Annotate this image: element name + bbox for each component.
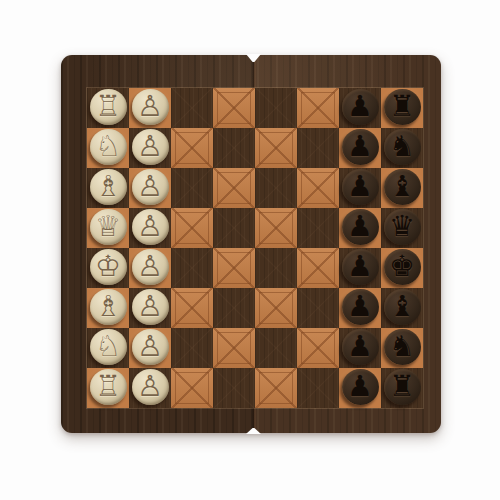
piece-glyph: ♖ bbox=[95, 92, 121, 121]
square-f6[interactable] bbox=[297, 288, 339, 328]
piece-glyph: ♙ bbox=[137, 92, 163, 121]
piece-glyph: ♙ bbox=[137, 252, 163, 281]
square-f2[interactable]: ♙ bbox=[129, 288, 171, 328]
square-f3[interactable] bbox=[171, 288, 213, 328]
square-b1[interactable]: ♘ bbox=[87, 128, 129, 168]
scene: ♖♙♟♜♘♙♟♞♗♙♟♝♕♙♟♛♔♙♟♚♗♙♟♝♘♙♟♞♖♙♟♜ bbox=[0, 0, 500, 500]
square-h1[interactable]: ♖ bbox=[87, 368, 129, 408]
square-a2[interactable]: ♙ bbox=[129, 88, 171, 128]
piece-bP-e7[interactable]: ♟ bbox=[342, 249, 379, 285]
piece-wP-c2[interactable]: ♙ bbox=[132, 169, 169, 205]
piece-bN-b8[interactable]: ♞ bbox=[384, 129, 421, 165]
piece-glyph: ♘ bbox=[95, 132, 121, 161]
square-b6[interactable] bbox=[297, 128, 339, 168]
piece-glyph: ♞ bbox=[389, 332, 415, 361]
piece-bQ-d8[interactable]: ♛ bbox=[384, 209, 421, 245]
piece-bP-g7[interactable]: ♟ bbox=[342, 329, 379, 365]
piece-bR-a8[interactable]: ♜ bbox=[384, 89, 421, 125]
square-h3[interactable] bbox=[171, 368, 213, 408]
square-g7[interactable]: ♟ bbox=[339, 328, 381, 368]
square-e3[interactable] bbox=[171, 248, 213, 288]
square-c5[interactable] bbox=[255, 168, 297, 208]
piece-glyph: ♙ bbox=[137, 372, 163, 401]
square-a1[interactable]: ♖ bbox=[87, 88, 129, 128]
piece-bK-e8[interactable]: ♚ bbox=[384, 249, 421, 285]
piece-glyph: ♟ bbox=[347, 332, 373, 361]
piece-bN-g8[interactable]: ♞ bbox=[384, 329, 421, 365]
fold-notch-bottom-icon bbox=[246, 428, 261, 434]
piece-glyph: ♟ bbox=[347, 132, 373, 161]
square-a8[interactable]: ♜ bbox=[381, 88, 423, 128]
piece-bR-h8[interactable]: ♜ bbox=[384, 369, 421, 405]
piece-wN-b1[interactable]: ♘ bbox=[90, 129, 127, 165]
square-b2[interactable]: ♙ bbox=[129, 128, 171, 168]
square-d8[interactable]: ♛ bbox=[381, 208, 423, 248]
square-d1[interactable]: ♕ bbox=[87, 208, 129, 248]
piece-glyph: ♟ bbox=[347, 252, 373, 281]
piece-bP-b7[interactable]: ♟ bbox=[342, 129, 379, 165]
square-a4[interactable] bbox=[213, 88, 255, 128]
piece-glyph: ♔ bbox=[95, 252, 121, 281]
square-h8[interactable]: ♜ bbox=[381, 368, 423, 408]
square-b5[interactable] bbox=[255, 128, 297, 168]
square-c7[interactable]: ♟ bbox=[339, 168, 381, 208]
square-a7[interactable]: ♟ bbox=[339, 88, 381, 128]
piece-glyph: ♖ bbox=[95, 372, 121, 401]
piece-wP-h2[interactable]: ♙ bbox=[132, 369, 169, 405]
square-d3[interactable] bbox=[171, 208, 213, 248]
square-e1[interactable]: ♔ bbox=[87, 248, 129, 288]
square-h2[interactable]: ♙ bbox=[129, 368, 171, 408]
piece-bB-f8[interactable]: ♝ bbox=[384, 289, 421, 325]
piece-glyph: ♙ bbox=[137, 332, 163, 361]
square-e2[interactable]: ♙ bbox=[129, 248, 171, 288]
chess-board: ♖♙♟♜♘♙♟♞♗♙♟♝♕♙♟♛♔♙♟♚♗♙♟♝♘♙♟♞♖♙♟♜ bbox=[61, 55, 441, 433]
square-h6[interactable] bbox=[297, 368, 339, 408]
piece-glyph: ♘ bbox=[95, 332, 121, 361]
square-b7[interactable]: ♟ bbox=[339, 128, 381, 168]
square-f7[interactable]: ♟ bbox=[339, 288, 381, 328]
square-d4[interactable] bbox=[213, 208, 255, 248]
square-a6[interactable] bbox=[297, 88, 339, 128]
square-h4[interactable] bbox=[213, 368, 255, 408]
square-f4[interactable] bbox=[213, 288, 255, 328]
square-c6[interactable] bbox=[297, 168, 339, 208]
square-f1[interactable]: ♗ bbox=[87, 288, 129, 328]
piece-glyph: ♜ bbox=[389, 92, 415, 121]
piece-wB-c1[interactable]: ♗ bbox=[90, 169, 127, 205]
piece-bP-f7[interactable]: ♟ bbox=[342, 289, 379, 325]
piece-glyph: ♜ bbox=[389, 372, 415, 401]
square-e8[interactable]: ♚ bbox=[381, 248, 423, 288]
square-e7[interactable]: ♟ bbox=[339, 248, 381, 288]
piece-bB-c8[interactable]: ♝ bbox=[384, 169, 421, 205]
piece-wK-e1[interactable]: ♔ bbox=[90, 249, 127, 285]
square-e6[interactable] bbox=[297, 248, 339, 288]
square-b8[interactable]: ♞ bbox=[381, 128, 423, 168]
piece-glyph: ♙ bbox=[137, 172, 163, 201]
piece-wP-f2[interactable]: ♙ bbox=[132, 289, 169, 325]
piece-glyph: ♙ bbox=[137, 292, 163, 321]
piece-wP-b2[interactable]: ♙ bbox=[132, 129, 169, 165]
piece-bP-d7[interactable]: ♟ bbox=[342, 209, 379, 245]
square-g8[interactable]: ♞ bbox=[381, 328, 423, 368]
piece-glyph: ♕ bbox=[95, 212, 121, 241]
piece-wR-a1[interactable]: ♖ bbox=[90, 89, 127, 125]
square-f8[interactable]: ♝ bbox=[381, 288, 423, 328]
square-b3[interactable] bbox=[171, 128, 213, 168]
piece-bP-c7[interactable]: ♟ bbox=[342, 169, 379, 205]
piece-glyph: ♟ bbox=[347, 212, 373, 241]
square-c3[interactable] bbox=[171, 168, 213, 208]
piece-glyph: ♟ bbox=[347, 292, 373, 321]
square-c8[interactable]: ♝ bbox=[381, 168, 423, 208]
piece-glyph: ♝ bbox=[389, 292, 415, 321]
square-g5[interactable] bbox=[255, 328, 297, 368]
square-b4[interactable] bbox=[213, 128, 255, 168]
piece-wP-d2[interactable]: ♙ bbox=[132, 209, 169, 245]
piece-bP-h7[interactable]: ♟ bbox=[342, 369, 379, 405]
square-d5[interactable] bbox=[255, 208, 297, 248]
piece-wP-g2[interactable]: ♙ bbox=[132, 329, 169, 365]
piece-glyph: ♟ bbox=[347, 92, 373, 121]
piece-wB-f1[interactable]: ♗ bbox=[90, 289, 127, 325]
square-c1[interactable]: ♗ bbox=[87, 168, 129, 208]
square-c4[interactable] bbox=[213, 168, 255, 208]
piece-glyph: ♙ bbox=[137, 212, 163, 241]
square-e4[interactable] bbox=[213, 248, 255, 288]
piece-wP-e2[interactable]: ♙ bbox=[132, 249, 169, 285]
square-g1[interactable]: ♘ bbox=[87, 328, 129, 368]
piece-wR-h1[interactable]: ♖ bbox=[90, 369, 127, 405]
piece-bP-a7[interactable]: ♟ bbox=[342, 89, 379, 125]
fold-notch-top-icon bbox=[246, 54, 261, 62]
square-h7[interactable]: ♟ bbox=[339, 368, 381, 408]
piece-glyph: ♗ bbox=[95, 292, 121, 321]
square-g3[interactable] bbox=[171, 328, 213, 368]
piece-glyph: ♗ bbox=[95, 172, 121, 201]
playing-grid: ♖♙♟♜♘♙♟♞♗♙♟♝♕♙♟♛♔♙♟♚♗♙♟♝♘♙♟♞♖♙♟♜ bbox=[87, 88, 423, 408]
piece-wN-g1[interactable]: ♘ bbox=[90, 329, 127, 365]
piece-wP-a2[interactable]: ♙ bbox=[132, 89, 169, 125]
piece-glyph: ♟ bbox=[347, 372, 373, 401]
square-a3[interactable] bbox=[171, 88, 213, 128]
square-d2[interactable]: ♙ bbox=[129, 208, 171, 248]
piece-glyph: ♝ bbox=[389, 172, 415, 201]
piece-glyph: ♞ bbox=[389, 132, 415, 161]
square-g4[interactable] bbox=[213, 328, 255, 368]
square-a5[interactable] bbox=[255, 88, 297, 128]
square-e5[interactable] bbox=[255, 248, 297, 288]
square-d7[interactable]: ♟ bbox=[339, 208, 381, 248]
piece-glyph: ♙ bbox=[137, 132, 163, 161]
square-c2[interactable]: ♙ bbox=[129, 168, 171, 208]
square-d6[interactable] bbox=[297, 208, 339, 248]
piece-glyph: ♚ bbox=[389, 252, 415, 281]
square-h5[interactable] bbox=[255, 368, 297, 408]
piece-glyph: ♛ bbox=[389, 212, 415, 241]
piece-glyph: ♟ bbox=[347, 172, 373, 201]
square-g2[interactable]: ♙ bbox=[129, 328, 171, 368]
square-g6[interactable] bbox=[297, 328, 339, 368]
square-f5[interactable] bbox=[255, 288, 297, 328]
piece-wQ-d1[interactable]: ♕ bbox=[90, 209, 127, 245]
